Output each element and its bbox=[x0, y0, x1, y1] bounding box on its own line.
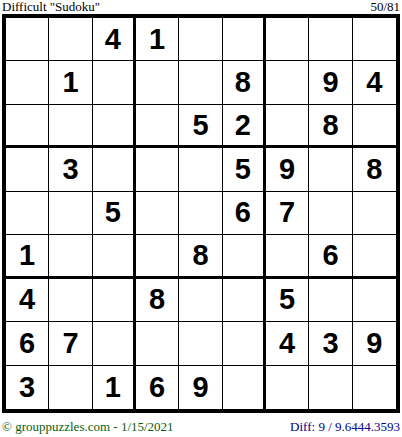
cell-r9c4: 6 bbox=[136, 366, 179, 409]
cell-r8c8: 3 bbox=[309, 322, 352, 365]
cell-r5c5[interactable] bbox=[179, 192, 222, 235]
footer: © grouppuzzles.com - 1/15/2021 Diff: 9 /… bbox=[2, 419, 400, 434]
cell-r7c2[interactable] bbox=[49, 279, 92, 322]
cell-r6c5: 8 bbox=[179, 235, 222, 278]
cell-r2c6: 8 bbox=[223, 61, 266, 104]
copyright-text: © grouppuzzles.com - 1/15/2021 bbox=[2, 419, 174, 434]
cell-r7c5[interactable] bbox=[179, 279, 222, 322]
cell-r6c6[interactable] bbox=[223, 235, 266, 278]
cell-r8c1: 6 bbox=[6, 322, 49, 365]
cell-r8c6[interactable] bbox=[223, 322, 266, 365]
cell-r4c1[interactable] bbox=[6, 148, 49, 191]
cell-r9c8[interactable] bbox=[309, 366, 352, 409]
cell-r1c1[interactable] bbox=[6, 18, 49, 61]
cell-r5c9[interactable] bbox=[353, 192, 396, 235]
cell-r5c8[interactable] bbox=[309, 192, 352, 235]
cell-r7c1: 4 bbox=[6, 279, 49, 322]
cell-r7c8[interactable] bbox=[309, 279, 352, 322]
cell-r6c2[interactable] bbox=[49, 235, 92, 278]
cell-r1c5[interactable] bbox=[179, 18, 222, 61]
cell-r3c1[interactable] bbox=[6, 105, 49, 148]
cell-r8c3[interactable] bbox=[93, 322, 136, 365]
cell-r6c1: 1 bbox=[6, 235, 49, 278]
cell-r6c3[interactable] bbox=[93, 235, 136, 278]
cell-r9c1: 3 bbox=[6, 366, 49, 409]
cell-r5c2[interactable] bbox=[49, 192, 92, 235]
cell-r4c8[interactable] bbox=[309, 148, 352, 191]
cell-r7c4: 8 bbox=[136, 279, 179, 322]
cell-r2c8: 9 bbox=[309, 61, 352, 104]
cell-r8c5[interactable] bbox=[179, 322, 222, 365]
cell-r1c3: 4 bbox=[93, 18, 136, 61]
cell-r3c9[interactable] bbox=[353, 105, 396, 148]
cell-r2c2: 1 bbox=[49, 61, 92, 104]
cells-counter: 50/81 bbox=[370, 0, 400, 13]
cell-r6c9[interactable] bbox=[353, 235, 396, 278]
header: Difficult "Sudoku" 50/81 bbox=[2, 0, 400, 13]
cell-r9c5: 9 bbox=[179, 366, 222, 409]
cell-r9c6[interactable] bbox=[223, 366, 266, 409]
cell-r4c4[interactable] bbox=[136, 148, 179, 191]
cell-r4c6: 5 bbox=[223, 148, 266, 191]
cell-r3c8: 8 bbox=[309, 105, 352, 148]
cell-r9c2[interactable] bbox=[49, 366, 92, 409]
cell-r9c7[interactable] bbox=[266, 366, 309, 409]
cell-r2c1[interactable] bbox=[6, 61, 49, 104]
cell-r1c4: 1 bbox=[136, 18, 179, 61]
cell-r4c2: 3 bbox=[49, 148, 92, 191]
cell-r8c7: 4 bbox=[266, 322, 309, 365]
cell-r6c4[interactable] bbox=[136, 235, 179, 278]
cell-r4c5[interactable] bbox=[179, 148, 222, 191]
cell-r9c3: 1 bbox=[93, 366, 136, 409]
sudoku-board: 4118945283598567186485674393169 bbox=[2, 14, 400, 413]
difficulty-text: Diff: 9 / 9.6444.3593 bbox=[290, 419, 400, 434]
cell-r5c1[interactable] bbox=[6, 192, 49, 235]
cell-r1c6[interactable] bbox=[223, 18, 266, 61]
cell-r6c7[interactable] bbox=[266, 235, 309, 278]
cell-r2c3[interactable] bbox=[93, 61, 136, 104]
cell-r3c7[interactable] bbox=[266, 105, 309, 148]
cell-r8c9: 9 bbox=[353, 322, 396, 365]
cell-r1c7[interactable] bbox=[266, 18, 309, 61]
cell-r1c9[interactable] bbox=[353, 18, 396, 61]
cell-r7c7: 5 bbox=[266, 279, 309, 322]
cell-r2c9: 4 bbox=[353, 61, 396, 104]
cell-r7c9[interactable] bbox=[353, 279, 396, 322]
cell-r2c7[interactable] bbox=[266, 61, 309, 104]
cell-r4c3[interactable] bbox=[93, 148, 136, 191]
puzzle-title: Difficult "Sudoku" bbox=[2, 0, 100, 13]
cell-r3c5: 5 bbox=[179, 105, 222, 148]
cell-r8c2: 7 bbox=[49, 322, 92, 365]
cell-r3c2[interactable] bbox=[49, 105, 92, 148]
cell-r2c4[interactable] bbox=[136, 61, 179, 104]
cell-r3c6: 2 bbox=[223, 105, 266, 148]
cell-r1c8[interactable] bbox=[309, 18, 352, 61]
cell-r2c5[interactable] bbox=[179, 61, 222, 104]
cell-r1c2[interactable] bbox=[49, 18, 92, 61]
cell-r5c7: 7 bbox=[266, 192, 309, 235]
cell-r5c4[interactable] bbox=[136, 192, 179, 235]
cell-r7c6[interactable] bbox=[223, 279, 266, 322]
cell-r4c9: 8 bbox=[353, 148, 396, 191]
cell-r4c7: 9 bbox=[266, 148, 309, 191]
cell-r9c9[interactable] bbox=[353, 366, 396, 409]
cell-r7c3[interactable] bbox=[93, 279, 136, 322]
cell-r3c4[interactable] bbox=[136, 105, 179, 148]
cell-r5c6: 6 bbox=[223, 192, 266, 235]
cell-r8c4[interactable] bbox=[136, 322, 179, 365]
cell-r6c8: 6 bbox=[309, 235, 352, 278]
cell-r5c3: 5 bbox=[93, 192, 136, 235]
cell-r3c3[interactable] bbox=[93, 105, 136, 148]
